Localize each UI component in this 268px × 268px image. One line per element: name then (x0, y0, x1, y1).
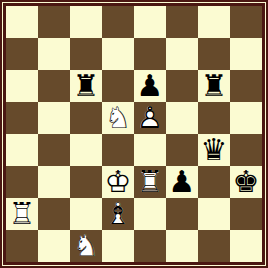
white-knight-glyph-outline: ♘ (102, 102, 134, 134)
square-a8[interactable] (6, 6, 38, 38)
square-g7[interactable] (198, 38, 230, 70)
square-h8[interactable] (230, 6, 262, 38)
black-queen-glyph: ♛ (198, 134, 230, 166)
square-e8[interactable] (134, 6, 166, 38)
white-knight-piece[interactable]: ♞♘ (70, 230, 102, 262)
black-queen-piece[interactable]: ♛ (198, 134, 230, 166)
white-bishop-glyph-outline: ♗ (102, 198, 134, 230)
square-f4[interactable] (166, 134, 198, 166)
square-f6[interactable] (166, 70, 198, 102)
black-pawn-glyph: ♟ (134, 70, 166, 102)
square-e7[interactable] (134, 38, 166, 70)
board-frame: ♜♟♜♞♘♟♙♛♚♔♜♖♟♚♜♖♝♗♞♘ (0, 0, 268, 268)
square-a6[interactable] (6, 70, 38, 102)
black-pawn-glyph: ♟ (166, 166, 198, 198)
square-h7[interactable] (230, 38, 262, 70)
square-c4[interactable] (70, 134, 102, 166)
square-e2[interactable] (134, 198, 166, 230)
square-b7[interactable] (38, 38, 70, 70)
square-e5[interactable]: ♟♙ (134, 102, 166, 134)
square-b4[interactable] (38, 134, 70, 166)
square-a7[interactable] (6, 38, 38, 70)
square-g8[interactable] (198, 6, 230, 38)
white-pawn-glyph-outline: ♙ (134, 102, 166, 134)
square-a5[interactable] (6, 102, 38, 134)
black-rook-piece[interactable]: ♜ (198, 70, 230, 102)
square-c2[interactable] (70, 198, 102, 230)
square-a2[interactable]: ♜♖ (6, 198, 38, 230)
white-bishop-piece[interactable]: ♝♗ (102, 198, 134, 230)
square-f8[interactable] (166, 6, 198, 38)
white-knight-glyph-outline: ♘ (70, 230, 102, 262)
black-pawn-piece[interactable]: ♟ (166, 166, 198, 198)
square-h1[interactable] (230, 230, 262, 262)
square-c7[interactable] (70, 38, 102, 70)
square-a4[interactable] (6, 134, 38, 166)
board-frame-inner: ♜♟♜♞♘♟♙♛♚♔♜♖♟♚♜♖♝♗♞♘ (3, 3, 265, 265)
square-f5[interactable] (166, 102, 198, 134)
square-d6[interactable] (102, 70, 134, 102)
square-e1[interactable] (134, 230, 166, 262)
square-d2[interactable]: ♝♗ (102, 198, 134, 230)
square-f2[interactable] (166, 198, 198, 230)
chess-board: ♜♟♜♞♘♟♙♛♚♔♜♖♟♚♜♖♝♗♞♘ (6, 6, 262, 262)
white-knight-piece[interactable]: ♞♘ (102, 102, 134, 134)
square-d7[interactable] (102, 38, 134, 70)
black-rook-glyph: ♜ (198, 70, 230, 102)
white-rook-piece[interactable]: ♜♖ (134, 166, 166, 198)
board-frame-pinstripe: ♜♟♜♞♘♟♙♛♚♔♜♖♟♚♜♖♝♗♞♘ (2, 2, 266, 266)
square-g3[interactable] (198, 166, 230, 198)
black-rook-glyph: ♜ (70, 70, 102, 102)
black-rook-piece[interactable]: ♜ (70, 70, 102, 102)
square-d4[interactable] (102, 134, 134, 166)
square-h4[interactable] (230, 134, 262, 166)
square-e3[interactable]: ♜♖ (134, 166, 166, 198)
square-d1[interactable] (102, 230, 134, 262)
square-e6[interactable]: ♟ (134, 70, 166, 102)
square-g2[interactable] (198, 198, 230, 230)
square-g4[interactable]: ♛ (198, 134, 230, 166)
square-c1[interactable]: ♞♘ (70, 230, 102, 262)
square-h5[interactable] (230, 102, 262, 134)
square-b5[interactable] (38, 102, 70, 134)
square-c5[interactable] (70, 102, 102, 134)
square-g5[interactable] (198, 102, 230, 134)
square-h6[interactable] (230, 70, 262, 102)
square-a3[interactable] (6, 166, 38, 198)
square-c3[interactable] (70, 166, 102, 198)
square-f1[interactable] (166, 230, 198, 262)
square-f3[interactable]: ♟ (166, 166, 198, 198)
white-rook-piece[interactable]: ♜♖ (6, 198, 38, 230)
black-pawn-piece[interactable]: ♟ (134, 70, 166, 102)
white-pawn-piece[interactable]: ♟♙ (134, 102, 166, 134)
square-d8[interactable] (102, 6, 134, 38)
square-c6[interactable]: ♜ (70, 70, 102, 102)
square-g6[interactable]: ♜ (198, 70, 230, 102)
white-king-glyph-outline: ♔ (102, 166, 134, 198)
square-d5[interactable]: ♞♘ (102, 102, 134, 134)
square-b3[interactable] (38, 166, 70, 198)
square-h3[interactable]: ♚ (230, 166, 262, 198)
white-rook-glyph-outline: ♖ (6, 198, 38, 230)
white-king-piece[interactable]: ♚♔ (102, 166, 134, 198)
square-c8[interactable] (70, 6, 102, 38)
square-f7[interactable] (166, 38, 198, 70)
white-rook-glyph-outline: ♖ (134, 166, 166, 198)
square-b8[interactable] (38, 6, 70, 38)
square-b1[interactable] (38, 230, 70, 262)
square-b2[interactable] (38, 198, 70, 230)
square-d3[interactable]: ♚♔ (102, 166, 134, 198)
black-king-glyph: ♚ (230, 166, 262, 198)
square-a1[interactable] (6, 230, 38, 262)
square-h2[interactable] (230, 198, 262, 230)
black-king-piece[interactable]: ♚ (230, 166, 262, 198)
square-b6[interactable] (38, 70, 70, 102)
square-e4[interactable] (134, 134, 166, 166)
square-g1[interactable] (198, 230, 230, 262)
